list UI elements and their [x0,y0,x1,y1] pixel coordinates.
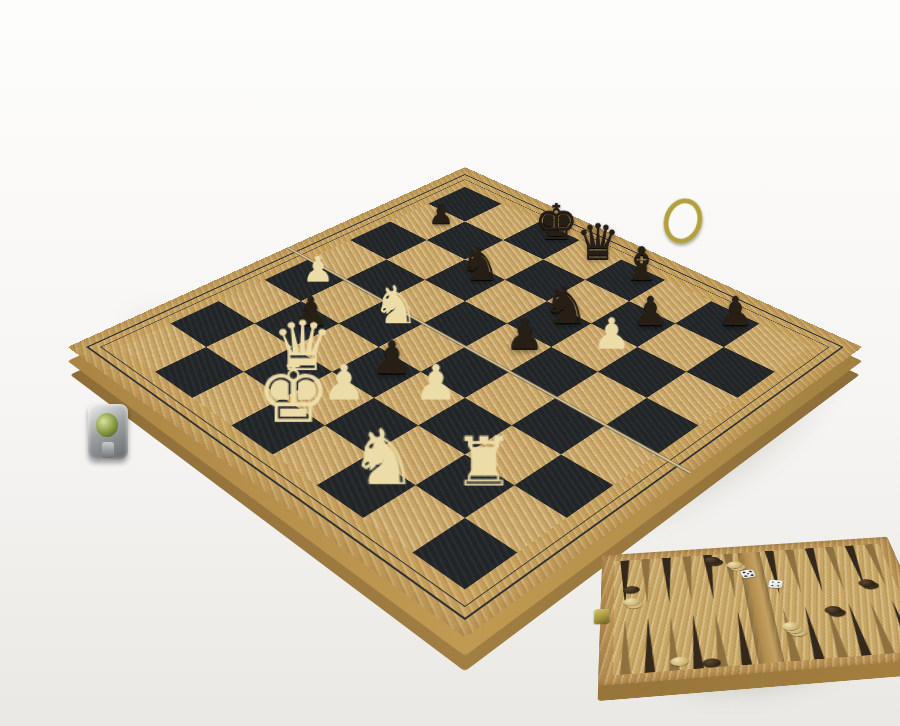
light-checker-group7-1 [788,627,808,637]
backgammon-point-top-10 [822,547,851,591]
latch-ring-icon [96,413,118,437]
die-pip [749,571,752,573]
die-pip [778,582,781,584]
piece-cell-g8: ♟ [390,204,465,240]
backgammon-point-bottom-7 [775,607,803,661]
backgammon-point-bottom-1 [617,619,634,675]
backgammon-board [598,537,900,686]
backgammon-point-bottom-5 [708,612,731,667]
piece-cell-a5: ♚ [231,398,324,455]
white-knight-d6: ♞ [365,279,427,332]
light-checker-group7-2 [785,624,805,634]
black-bishop-h4: ♝ [614,241,668,287]
backgammon-field [613,544,900,676]
latch-hook-icon [102,442,114,458]
white-pawn-f3: ♟ [579,312,645,355]
backgammon-point-top-8 [782,549,808,594]
black-pawn-e4: ♟ [492,312,558,355]
metal-latch-icon [88,404,128,460]
piece-cell-f6: ♞ [425,259,505,301]
white-king-a5: ♚ [254,352,333,435]
die-pip [771,585,774,587]
backgammon-board-scene [598,537,900,686]
black-knight-f6: ♞ [453,241,507,287]
backgammon-point-bottom-8 [797,606,827,660]
backgammon-point-bottom-2 [640,617,658,673]
die-pip [751,574,754,576]
die-pip [772,581,775,583]
die-2-value-4 [768,580,783,589]
black-pawn-g8: ♟ [419,199,463,228]
piece-cell-h2: ♟ [675,301,759,347]
backgammon-point-bottom-6 [730,611,755,666]
backgammon-point-top-4 [680,556,699,602]
die-pip [777,585,780,587]
backgammon-point-bottom-10 [841,603,874,656]
white-knight-a3: ♞ [338,419,429,496]
backgammon-point-bottom-3 [663,616,683,672]
white-rook-b2: ♜ [438,428,529,496]
backgammon-point-bottom-4 [685,614,707,669]
piece-cell-b2: ♜ [416,454,515,517]
die-pip [743,572,746,574]
piece-cell-a3: ♞ [317,454,416,517]
white-pawn-c4: ♟ [399,358,474,407]
dark-checker-group3-1 [623,586,640,594]
white-pawn-d8: ♟ [291,251,345,287]
dark-checker-group9-1 [701,658,721,668]
backgammon-point-bottom-12 [884,600,900,653]
backgammon-point-top-2 [639,559,655,605]
backgammon-point-bottom-11 [863,601,898,654]
dark-checker-group6-2 [824,605,843,614]
backgammon-point-bottom-9 [819,604,851,658]
backgammon-latch-icon [594,609,610,625]
black-pawn-h2: ♟ [705,291,767,332]
die-pip [745,575,748,577]
light-checker-group8-1 [670,656,689,666]
backgammon-point-top-3 [659,557,677,603]
dark-checker-group6-1 [828,608,848,617]
piece-cell-e4: ♟ [465,323,551,371]
backgammon-point-top-9 [802,548,830,592]
light-checker-group4-2 [622,598,639,607]
light-checker-group7-3 [781,622,800,631]
